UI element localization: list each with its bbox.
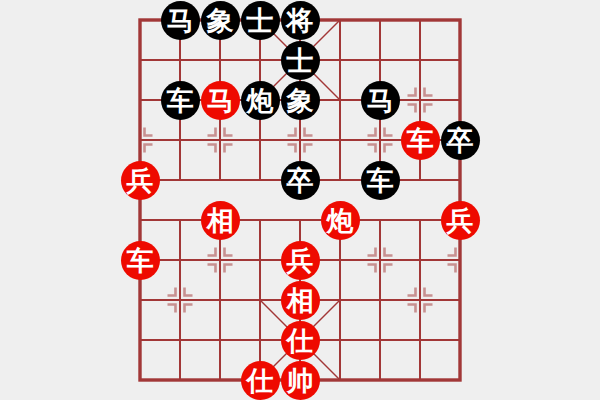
board-grid[interactable]: 马象士将士车马炮象马车卒兵卒车相炮兵车兵相仕仕帅 <box>120 0 480 400</box>
piece-red-soldier[interactable]: 兵 <box>281 241 320 280</box>
piece-red-elephant[interactable]: 相 <box>281 281 320 320</box>
piece-black-elephant[interactable]: 象 <box>201 1 240 40</box>
piece-red-soldier[interactable]: 兵 <box>121 161 160 200</box>
piece-black-elephant[interactable]: 象 <box>281 81 320 120</box>
piece-black-chariot[interactable]: 车 <box>361 161 400 200</box>
piece-black-advisor[interactable]: 士 <box>281 41 320 80</box>
piece-red-general[interactable]: 帅 <box>281 361 320 400</box>
piece-red-chariot[interactable]: 车 <box>401 121 440 160</box>
piece-black-horse[interactable]: 马 <box>361 81 400 120</box>
piece-black-soldier[interactable]: 卒 <box>441 121 480 160</box>
piece-red-horse[interactable]: 马 <box>201 81 240 120</box>
piece-red-chariot[interactable]: 车 <box>121 241 160 280</box>
piece-black-advisor[interactable]: 士 <box>241 1 280 40</box>
piece-black-general[interactable]: 将 <box>281 1 320 40</box>
xiangqi-board: 马象士将士车马炮象马车卒兵卒车相炮兵车兵相仕仕帅 <box>0 0 600 400</box>
piece-red-soldier[interactable]: 兵 <box>441 201 480 240</box>
piece-red-advisor[interactable]: 仕 <box>281 321 320 360</box>
piece-black-chariot[interactable]: 车 <box>161 81 200 120</box>
piece-black-horse[interactable]: 马 <box>161 1 200 40</box>
piece-black-cannon[interactable]: 炮 <box>241 81 280 120</box>
piece-red-advisor[interactable]: 仕 <box>241 361 280 400</box>
piece-red-elephant[interactable]: 相 <box>201 201 240 240</box>
piece-black-soldier[interactable]: 卒 <box>281 161 320 200</box>
piece-red-cannon[interactable]: 炮 <box>321 201 360 240</box>
